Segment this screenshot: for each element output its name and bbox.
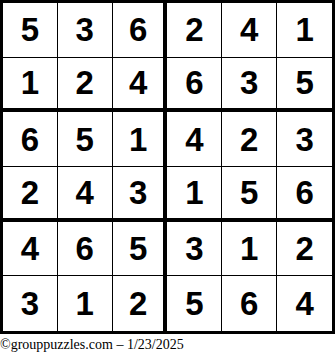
cell-r6c6: 4 xyxy=(277,276,332,331)
cell-r5c6: 2 xyxy=(277,222,332,277)
cell-r6c1: 3 xyxy=(3,276,58,331)
cell-r1c2: 3 xyxy=(58,3,113,58)
sudoku-board: 536241124635651423243156465312312564 xyxy=(0,0,335,334)
cell-r1c4: 2 xyxy=(167,3,222,58)
cell-r1c1: 5 xyxy=(3,3,58,58)
cell-r5c2: 6 xyxy=(58,222,113,277)
cell-r3c3: 1 xyxy=(113,112,168,167)
cell-r1c6: 1 xyxy=(277,3,332,58)
cell-r2c3: 4 xyxy=(113,58,168,113)
cell-r6c4: 5 xyxy=(167,276,222,331)
cell-r2c2: 2 xyxy=(58,58,113,113)
cell-r4c1: 2 xyxy=(3,167,58,222)
cell-r4c4: 1 xyxy=(167,167,222,222)
cell-r3c2: 5 xyxy=(58,112,113,167)
cell-r1c5: 4 xyxy=(222,3,277,58)
cell-r5c3: 5 xyxy=(113,222,168,277)
cell-r2c1: 1 xyxy=(3,58,58,113)
cell-r4c2: 4 xyxy=(58,167,113,222)
cell-r5c5: 1 xyxy=(222,222,277,277)
cell-r3c4: 4 xyxy=(167,112,222,167)
cell-r4c5: 5 xyxy=(222,167,277,222)
cell-r3c1: 6 xyxy=(3,112,58,167)
cell-r3c5: 2 xyxy=(222,112,277,167)
copyright-credit: ©grouppuzzles.com – 1/23/2025 xyxy=(0,337,335,353)
cell-r2c6: 5 xyxy=(277,58,332,113)
cell-r2c4: 6 xyxy=(167,58,222,113)
cell-r2c5: 3 xyxy=(222,58,277,113)
cell-r6c3: 2 xyxy=(113,276,168,331)
cell-r4c6: 6 xyxy=(277,167,332,222)
cell-r3c6: 3 xyxy=(277,112,332,167)
cell-r1c3: 6 xyxy=(113,3,168,58)
cell-r6c2: 1 xyxy=(58,276,113,331)
cell-r5c4: 3 xyxy=(167,222,222,277)
cell-r4c3: 3 xyxy=(113,167,168,222)
cell-r6c5: 6 xyxy=(222,276,277,331)
cell-r5c1: 4 xyxy=(3,222,58,277)
